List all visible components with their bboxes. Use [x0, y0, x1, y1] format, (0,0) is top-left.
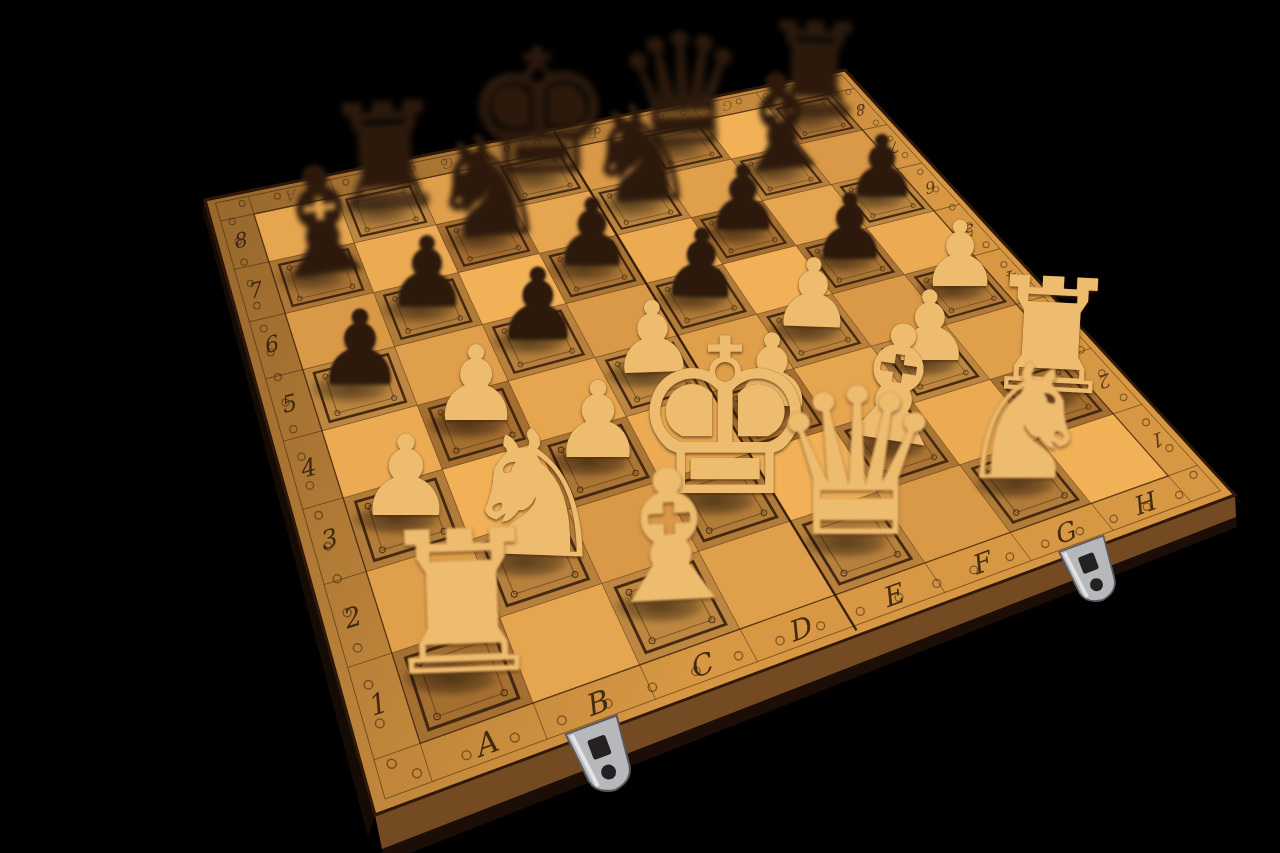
- chess-board: ABCDEFGH1234567812345678ABCDEFGH: [0, 0, 1280, 853]
- chess-photo-scene: ABCDEFGH1234567812345678ABCDEFGH ♜♚♛♜♝♞♞…: [0, 0, 1280, 853]
